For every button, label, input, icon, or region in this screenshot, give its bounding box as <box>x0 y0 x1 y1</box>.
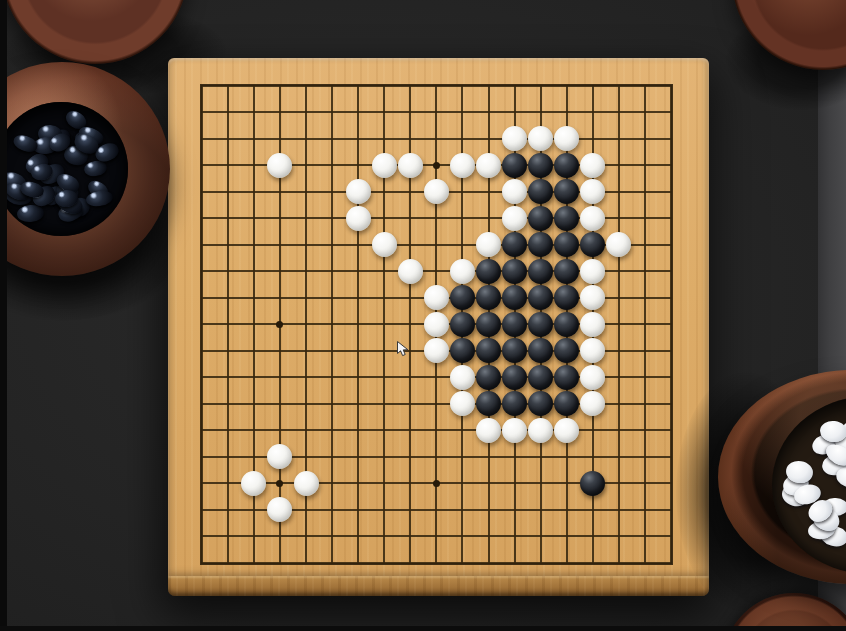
white-stone <box>580 365 605 390</box>
white-stone <box>554 418 579 443</box>
bottom-edge-strip <box>0 626 846 631</box>
black-stones-bowl-contents <box>0 102 128 236</box>
white-stone <box>450 365 475 390</box>
bowl-lid-top-left <box>2 0 188 64</box>
white-stone <box>424 285 449 310</box>
black-stone <box>450 312 475 337</box>
mouse-cursor <box>396 341 411 362</box>
black-stone <box>476 365 501 390</box>
white-stone <box>502 126 527 151</box>
black-stone <box>528 206 553 231</box>
go-board[interactable] <box>168 58 709 596</box>
star-point <box>276 480 283 487</box>
go-game-scene <box>0 0 846 631</box>
black-stone <box>528 285 553 310</box>
white-stone <box>450 391 475 416</box>
white-stone <box>580 206 605 231</box>
black-stone <box>476 338 501 363</box>
black-stone <box>528 365 553 390</box>
white-stone <box>346 179 371 204</box>
white-stone <box>450 259 475 284</box>
white-stone <box>528 126 553 151</box>
white-stone <box>372 232 397 257</box>
black-stones-bowl <box>0 62 170 276</box>
black-stone <box>502 365 527 390</box>
white-stone <box>398 259 423 284</box>
white-stone <box>476 153 501 178</box>
black-stone <box>554 206 579 231</box>
white-stone <box>424 312 449 337</box>
black-stone <box>528 338 553 363</box>
star-point <box>433 162 440 169</box>
white-stone <box>528 418 553 443</box>
white-stone <box>580 153 605 178</box>
white-stone <box>502 206 527 231</box>
black-stone <box>502 391 527 416</box>
black-stone <box>502 153 527 178</box>
white-stones-bowl-contents <box>772 396 846 574</box>
board-front-edge <box>168 576 709 596</box>
black-stone <box>476 285 501 310</box>
black-stone <box>502 285 527 310</box>
black-stone <box>528 179 553 204</box>
black-stone <box>450 285 475 310</box>
white-stone <box>450 153 475 178</box>
black-stone <box>554 259 579 284</box>
white-stone <box>476 232 501 257</box>
white-stone <box>346 206 371 231</box>
black-stone <box>476 391 501 416</box>
white-stone <box>502 179 527 204</box>
black-stone <box>502 338 527 363</box>
white-stone <box>294 471 319 496</box>
white-stone <box>580 259 605 284</box>
black-stone <box>450 338 475 363</box>
white-stone <box>580 312 605 337</box>
black-stone <box>554 153 579 178</box>
black-stone <box>528 391 553 416</box>
white-stone <box>424 338 449 363</box>
star-point <box>433 480 440 487</box>
white-stone <box>502 418 527 443</box>
bowl-black-stone <box>17 204 45 223</box>
white-stone <box>267 153 292 178</box>
white-stone <box>398 153 423 178</box>
white-stone <box>372 153 397 178</box>
left-edge-strip <box>0 0 7 631</box>
black-stone <box>476 259 501 284</box>
black-stone <box>528 232 553 257</box>
white-stone <box>476 418 501 443</box>
black-stone <box>502 232 527 257</box>
star-point <box>276 321 283 328</box>
black-stone <box>528 259 553 284</box>
black-stone <box>476 312 501 337</box>
black-stone <box>502 259 527 284</box>
white-stone <box>241 471 266 496</box>
bowl-lid-top-right <box>732 0 846 70</box>
white-stones-bowl <box>718 370 846 584</box>
black-stone <box>554 365 579 390</box>
black-stone <box>502 312 527 337</box>
black-stone <box>528 153 553 178</box>
black-stone <box>580 471 605 496</box>
white-stone <box>424 179 449 204</box>
black-stone <box>528 312 553 337</box>
black-stone <box>554 312 579 337</box>
